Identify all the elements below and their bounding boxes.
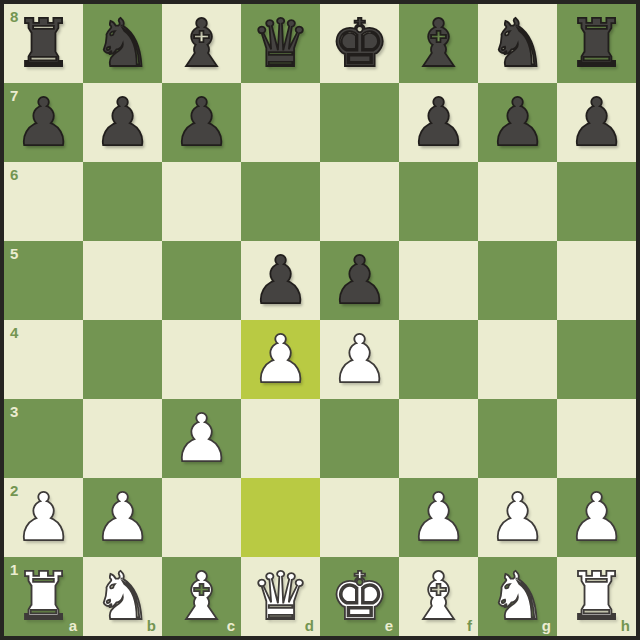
square-c4[interactable]: [162, 320, 241, 399]
white-pawn[interactable]: ♟: [567, 478, 626, 557]
black-bishop[interactable]: ♝: [409, 4, 468, 83]
square-a6[interactable]: 6: [4, 162, 83, 241]
square-h1[interactable]: h♜: [557, 557, 636, 636]
square-a7[interactable]: 7♟: [4, 83, 83, 162]
square-e1[interactable]: e♚: [320, 557, 399, 636]
square-a3[interactable]: 3: [4, 399, 83, 478]
square-f8[interactable]: ♝: [399, 4, 478, 83]
square-h8[interactable]: ♜: [557, 4, 636, 83]
square-b5[interactable]: [83, 241, 162, 320]
black-pawn[interactable]: ♟: [488, 83, 547, 162]
rank-label-4: 4: [10, 324, 18, 341]
black-pawn[interactable]: ♟: [251, 241, 310, 320]
square-b1[interactable]: b♞: [83, 557, 162, 636]
square-g3[interactable]: [478, 399, 557, 478]
square-b7[interactable]: ♟: [83, 83, 162, 162]
square-g2[interactable]: ♟: [478, 478, 557, 557]
white-pawn[interactable]: ♟: [488, 478, 547, 557]
square-h7[interactable]: ♟: [557, 83, 636, 162]
rank-label-3: 3: [10, 403, 18, 420]
white-pawn[interactable]: ♟: [172, 399, 231, 478]
white-knight[interactable]: ♞: [93, 557, 152, 636]
square-c3[interactable]: ♟: [162, 399, 241, 478]
square-f5[interactable]: [399, 241, 478, 320]
square-e8[interactable]: ♚: [320, 4, 399, 83]
white-pawn[interactable]: ♟: [251, 320, 310, 399]
square-b6[interactable]: [83, 162, 162, 241]
black-pawn[interactable]: ♟: [93, 83, 152, 162]
square-e7[interactable]: [320, 83, 399, 162]
square-b2[interactable]: ♟: [83, 478, 162, 557]
white-pawn[interactable]: ♟: [330, 320, 389, 399]
square-a8[interactable]: 8♜: [4, 4, 83, 83]
square-f3[interactable]: [399, 399, 478, 478]
black-pawn[interactable]: ♟: [14, 83, 73, 162]
square-c6[interactable]: [162, 162, 241, 241]
square-e3[interactable]: [320, 399, 399, 478]
square-f1[interactable]: f♝: [399, 557, 478, 636]
black-rook[interactable]: ♜: [567, 4, 626, 83]
black-king[interactable]: ♚: [330, 4, 389, 83]
square-e4[interactable]: ♟: [320, 320, 399, 399]
square-f4[interactable]: [399, 320, 478, 399]
square-a5[interactable]: 5: [4, 241, 83, 320]
square-a2[interactable]: 2♟: [4, 478, 83, 557]
square-a4[interactable]: 4: [4, 320, 83, 399]
square-g6[interactable]: [478, 162, 557, 241]
square-e2[interactable]: [320, 478, 399, 557]
board-frame: 8♜♞♝♛♚♝♞♜7♟♟♟♟♟♟65♟♟4♟♟3♟2♟♟♟♟♟1a♜b♞c♝d♛…: [0, 0, 640, 640]
rank-label-6: 6: [10, 166, 18, 183]
square-h6[interactable]: [557, 162, 636, 241]
white-rook[interactable]: ♜: [567, 557, 626, 636]
square-b4[interactable]: [83, 320, 162, 399]
square-g8[interactable]: ♞: [478, 4, 557, 83]
black-rook[interactable]: ♜: [14, 4, 73, 83]
white-pawn[interactable]: ♟: [409, 478, 468, 557]
square-e6[interactable]: [320, 162, 399, 241]
square-g4[interactable]: [478, 320, 557, 399]
black-queen[interactable]: ♛: [251, 4, 310, 83]
square-f7[interactable]: ♟: [399, 83, 478, 162]
square-h4[interactable]: [557, 320, 636, 399]
square-g5[interactable]: [478, 241, 557, 320]
white-bishop[interactable]: ♝: [409, 557, 468, 636]
square-g1[interactable]: g♞: [478, 557, 557, 636]
square-d2[interactable]: [241, 478, 320, 557]
square-a1[interactable]: 1a♜: [4, 557, 83, 636]
rank-label-5: 5: [10, 245, 18, 262]
square-f2[interactable]: ♟: [399, 478, 478, 557]
square-c8[interactable]: ♝: [162, 4, 241, 83]
square-d4[interactable]: ♟: [241, 320, 320, 399]
square-f6[interactable]: [399, 162, 478, 241]
square-d3[interactable]: [241, 399, 320, 478]
square-g7[interactable]: ♟: [478, 83, 557, 162]
black-knight[interactable]: ♞: [488, 4, 547, 83]
black-pawn[interactable]: ♟: [172, 83, 231, 162]
white-rook[interactable]: ♜: [14, 557, 73, 636]
black-pawn[interactable]: ♟: [330, 241, 389, 320]
white-pawn[interactable]: ♟: [14, 478, 73, 557]
square-c1[interactable]: c♝: [162, 557, 241, 636]
chess-board: 8♜♞♝♛♚♝♞♜7♟♟♟♟♟♟65♟♟4♟♟3♟2♟♟♟♟♟1a♜b♞c♝d♛…: [4, 4, 636, 636]
black-pawn[interactable]: ♟: [567, 83, 626, 162]
square-d1[interactable]: d♛: [241, 557, 320, 636]
square-h5[interactable]: [557, 241, 636, 320]
square-c2[interactable]: [162, 478, 241, 557]
black-bishop[interactable]: ♝: [172, 4, 231, 83]
square-b8[interactable]: ♞: [83, 4, 162, 83]
square-d5[interactable]: ♟: [241, 241, 320, 320]
square-b3[interactable]: [83, 399, 162, 478]
black-pawn[interactable]: ♟: [409, 83, 468, 162]
white-knight[interactable]: ♞: [488, 557, 547, 636]
square-d7[interactable]: [241, 83, 320, 162]
square-d8[interactable]: ♛: [241, 4, 320, 83]
square-c7[interactable]: ♟: [162, 83, 241, 162]
white-bishop[interactable]: ♝: [172, 557, 231, 636]
square-e5[interactable]: ♟: [320, 241, 399, 320]
square-d6[interactable]: [241, 162, 320, 241]
square-h3[interactable]: [557, 399, 636, 478]
square-c5[interactable]: [162, 241, 241, 320]
white-queen[interactable]: ♛: [251, 557, 310, 636]
white-pawn[interactable]: ♟: [93, 478, 152, 557]
white-king[interactable]: ♚: [330, 557, 389, 636]
black-knight[interactable]: ♞: [93, 4, 152, 83]
square-h2[interactable]: ♟: [557, 478, 636, 557]
